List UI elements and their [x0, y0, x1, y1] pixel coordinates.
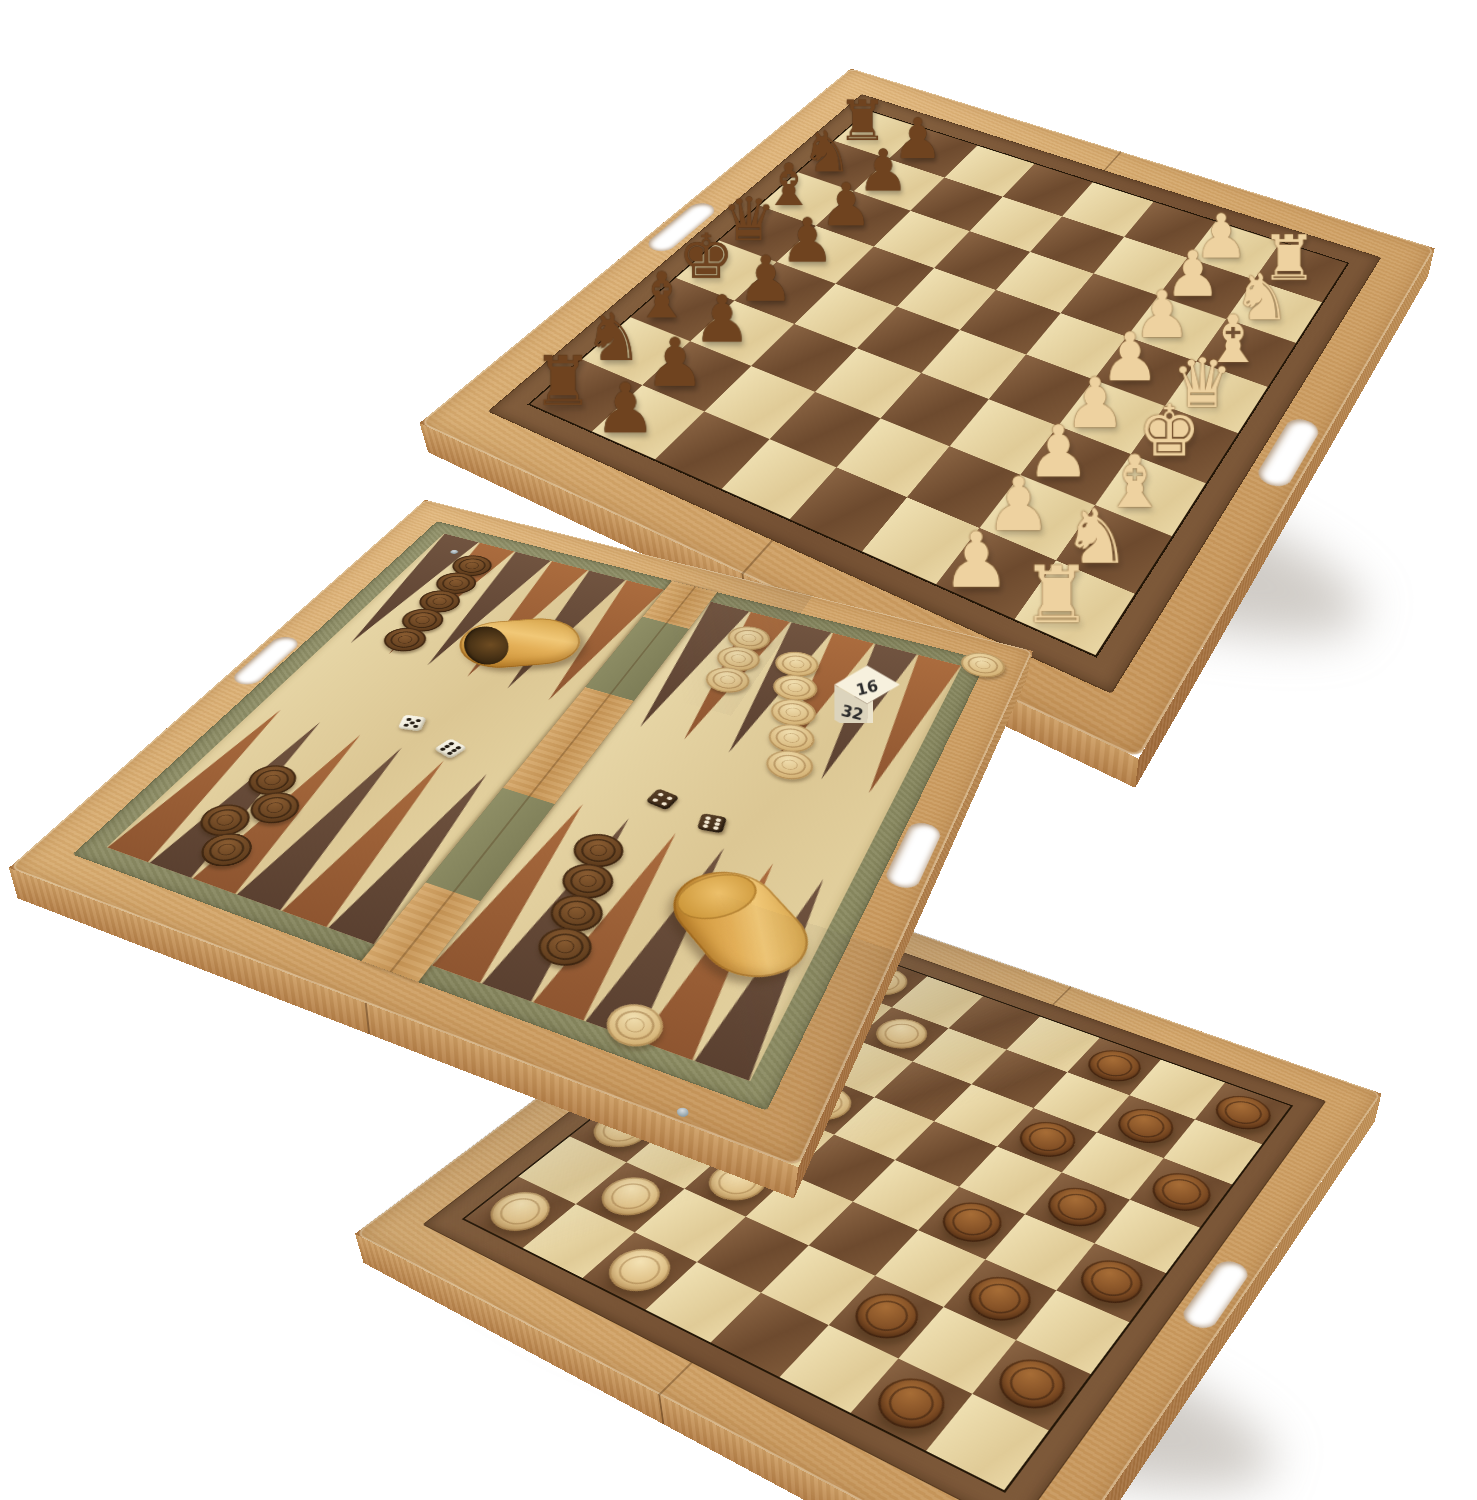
square-r5c7	[1016, 1290, 1130, 1374]
die-pip	[403, 724, 409, 728]
square-d6	[835, 246, 934, 306]
doubling-cube-number: 2	[878, 704, 893, 725]
dice-cup-lying	[456, 616, 586, 671]
product-photo-stage: ♜♟♟♜♞♟♟♞♝♟♟♝♛♟♟♛♚♟♟♚♝♟♟♝♞♟♟♞♜♟♟♜ 16322	[0, 0, 1477, 1500]
die-pip	[713, 826, 719, 830]
dark-pawn-piece: ♟	[594, 374, 656, 443]
die-pip	[416, 719, 422, 722]
cup-mouth-opening	[461, 625, 511, 666]
light-rook-piece: ♜	[1021, 556, 1091, 635]
square-r6c2	[635, 1189, 745, 1262]
doubling-cube: 16322	[834, 666, 899, 739]
die-pip	[446, 751, 453, 755]
doubling-cube-number: 16	[854, 676, 880, 700]
dark-rook-piece: ♜	[532, 347, 593, 415]
doubling-cube-number: 32	[839, 701, 865, 725]
hinge-seam	[658, 1394, 664, 1424]
white-die-5	[398, 715, 427, 732]
square-r7c6	[851, 1358, 973, 1450]
light-pawn-piece: ♟	[942, 522, 1011, 599]
hinge-seam	[365, 1003, 370, 1035]
dark-die-6	[697, 813, 727, 833]
